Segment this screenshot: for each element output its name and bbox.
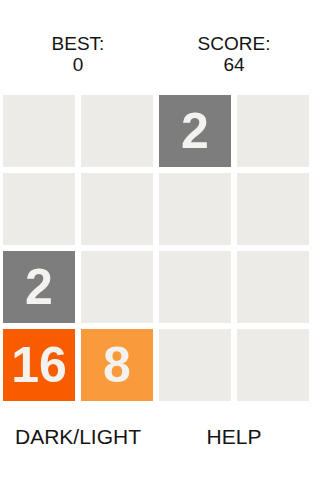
- empty-cell-r2c3: [159, 173, 231, 245]
- empty-cell-r1c4: [237, 95, 309, 167]
- help-button[interactable]: HELP: [156, 425, 312, 449]
- current-score-value: 64: [156, 54, 312, 75]
- empty-cell-r4c4: [237, 329, 309, 401]
- tile-16-r4c1: 16: [3, 329, 75, 401]
- footer-controls: DARK/LIGHT HELP: [0, 425, 312, 449]
- empty-cell-r3c2: [81, 251, 153, 323]
- empty-cell-r1c2: [81, 95, 153, 167]
- tile-2-r1c3: 2: [159, 95, 231, 167]
- empty-cell-r1c1: [3, 95, 75, 167]
- dark-light-toggle[interactable]: DARK/LIGHT: [0, 425, 156, 449]
- best-score-block: BEST: 0: [0, 33, 156, 75]
- tile-2-r3c1: 2: [3, 251, 75, 323]
- empty-cell-r4c3: [159, 329, 231, 401]
- empty-cell-r2c2: [81, 173, 153, 245]
- best-score-value: 0: [0, 54, 156, 75]
- score-header: BEST: 0 SCORE: 64: [0, 33, 312, 75]
- empty-cell-r2c1: [3, 173, 75, 245]
- current-score-label: SCORE:: [156, 33, 312, 54]
- current-score-block: SCORE: 64: [156, 33, 312, 75]
- best-score-label: BEST:: [0, 33, 156, 54]
- game-board[interactable]: 22168: [0, 95, 312, 401]
- empty-cell-r2c4: [237, 173, 309, 245]
- empty-cell-r3c4: [237, 251, 309, 323]
- empty-cell-r3c3: [159, 251, 231, 323]
- tile-8-r4c2: 8: [81, 329, 153, 401]
